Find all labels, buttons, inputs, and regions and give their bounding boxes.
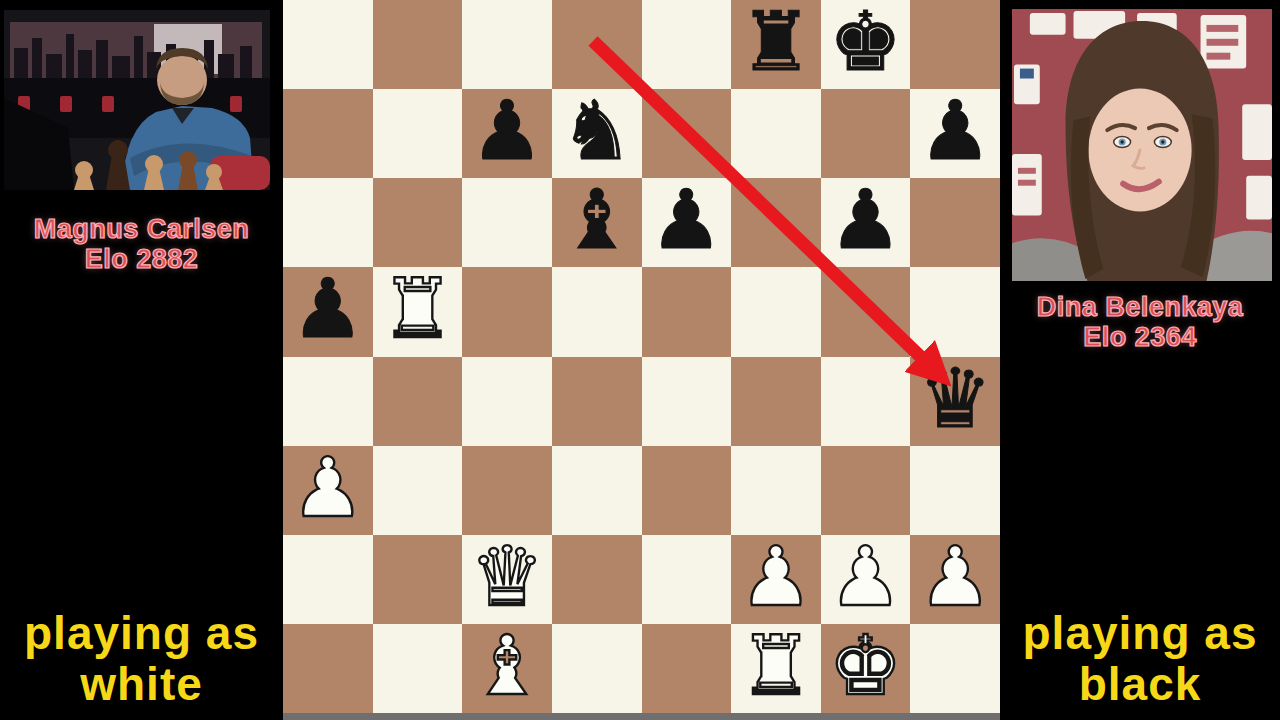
black-queen: ♛: [918, 357, 992, 443]
white-king: ♚: [829, 624, 903, 710]
square-d4: [552, 357, 642, 446]
video-frame: Magnus Carlsen Elo 2882 playing as white…: [0, 0, 1280, 720]
square-e5: [642, 267, 732, 356]
square-e8: [642, 0, 732, 89]
square-b7: [373, 89, 463, 178]
square-g5: [821, 267, 911, 356]
dina-belenkaya-photo: [1012, 8, 1272, 282]
square-g6: ♟: [821, 178, 911, 267]
venue-screen: [10, 22, 262, 78]
square-c4: [462, 357, 552, 446]
square-d5: [552, 267, 642, 356]
square-d2: [552, 535, 642, 624]
square-c3: [462, 446, 552, 535]
white-player-label: Magnus Carlsen Elo 2882: [0, 214, 283, 274]
square-g7: [821, 89, 911, 178]
white-bishop: ♝: [470, 624, 544, 710]
square-a7: [283, 89, 373, 178]
board-grid: ♜♚♟♞♟♝♟♟♟♜♛♟♛♟♟♟♝♜♚: [283, 0, 1000, 713]
black-caption: playing as black: [1000, 608, 1280, 710]
square-f7: [731, 89, 821, 178]
square-b4: [373, 357, 463, 446]
square-e2: [642, 535, 732, 624]
chess-board: ♜♚♟♞♟♝♟♟♟♜♛♟♛♟♟♟♝♜♚: [283, 0, 1000, 720]
square-g1: ♚: [821, 624, 911, 713]
black-player-label: Dina Belenkaya Elo 2364: [1000, 292, 1280, 352]
square-b2: [373, 535, 463, 624]
square-d3: [552, 446, 642, 535]
square-a4: [283, 357, 373, 446]
square-d7: ♞: [552, 89, 642, 178]
white-player-panel: Magnus Carlsen Elo 2882 playing as white: [0, 0, 283, 720]
black-pawn: ♟: [918, 89, 992, 175]
square-a1: [283, 624, 373, 713]
white-caption-line1: playing as: [0, 608, 283, 659]
black-pawn: ♟: [829, 178, 903, 264]
square-g4: [821, 357, 911, 446]
white-pawn: ♟: [739, 535, 813, 621]
square-b8: [373, 0, 463, 89]
square-d8: [552, 0, 642, 89]
black-caption-line1: playing as: [1000, 608, 1280, 659]
square-f4: [731, 357, 821, 446]
square-e4: [642, 357, 732, 446]
square-g8: ♚: [821, 0, 911, 89]
black-pawn: ♟: [291, 267, 365, 353]
white-pawn: ♟: [918, 535, 992, 621]
square-f5: [731, 267, 821, 356]
square-a8: [283, 0, 373, 89]
white-queen: ♛: [470, 535, 544, 621]
square-c2: ♛: [462, 535, 552, 624]
square-e7: [642, 89, 732, 178]
square-a5: ♟: [283, 267, 373, 356]
square-b6: [373, 178, 463, 267]
square-g2: ♟: [821, 535, 911, 624]
square-f2: ♟: [731, 535, 821, 624]
white-pawn: ♟: [829, 535, 903, 621]
square-d6: ♝: [552, 178, 642, 267]
white-caption: playing as white: [0, 608, 283, 710]
square-a3: ♟: [283, 446, 373, 535]
square-h1: [910, 624, 1000, 713]
square-h5: [910, 267, 1000, 356]
square-c1: ♝: [462, 624, 552, 713]
square-b1: [373, 624, 463, 713]
square-e3: [642, 446, 732, 535]
board-bottom-bar: [283, 713, 1000, 720]
square-h2: ♟: [910, 535, 1000, 624]
black-bishop: ♝: [560, 178, 634, 264]
square-c7: ♟: [462, 89, 552, 178]
square-a2: [283, 535, 373, 624]
white-caption-line2: white: [0, 659, 283, 710]
square-h4: ♛: [910, 357, 1000, 446]
square-h8: [910, 0, 1000, 89]
square-d1: [552, 624, 642, 713]
square-a6: [283, 178, 373, 267]
black-player-panel: Dina Belenkaya Elo 2364 playing as black: [1000, 0, 1280, 720]
black-pawn: ♟: [470, 89, 544, 175]
square-f6: [731, 178, 821, 267]
square-f1: ♜: [731, 624, 821, 713]
black-player-name: Dina Belenkaya: [1000, 292, 1280, 322]
square-c6: [462, 178, 552, 267]
white-rook: ♜: [381, 267, 455, 353]
square-b5: ♜: [373, 267, 463, 356]
square-b3: [373, 446, 463, 535]
white-player-name: Magnus Carlsen: [0, 214, 283, 244]
square-e6: ♟: [642, 178, 732, 267]
magnus-carlsen-photo: [4, 10, 270, 190]
square-h3: [910, 446, 1000, 535]
black-caption-line2: black: [1000, 659, 1280, 710]
black-player-elo: Elo 2364: [1000, 322, 1280, 352]
black-king: ♚: [829, 0, 903, 86]
square-e1: [642, 624, 732, 713]
square-h7: ♟: [910, 89, 1000, 178]
black-pawn: ♟: [650, 178, 724, 264]
square-h6: [910, 178, 1000, 267]
black-knight: ♞: [560, 89, 634, 175]
square-f3: [731, 446, 821, 535]
white-pawn: ♟: [291, 446, 365, 532]
black-rook: ♜: [739, 0, 813, 86]
square-g3: [821, 446, 911, 535]
square-c8: [462, 0, 552, 89]
square-c5: [462, 267, 552, 356]
white-rook: ♜: [739, 624, 813, 710]
square-f8: ♜: [731, 0, 821, 89]
white-player-elo: Elo 2882: [0, 244, 283, 274]
